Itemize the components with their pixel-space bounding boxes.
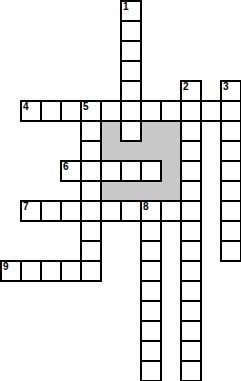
crossword-cell-r10c7[interactable] (140, 200, 162, 222)
crossword-cell-r11c4[interactable] (80, 220, 102, 242)
crossword-cell-r10c8[interactable] (160, 200, 182, 222)
crossword-cell-r0c6[interactable] (120, 0, 142, 22)
crossword-cell-r10c5[interactable] (100, 200, 122, 222)
crossword-cell-r18c7[interactable] (140, 360, 162, 381)
crossword-cell-r10c2[interactable] (40, 200, 62, 222)
crossword-cell-r8c7[interactable] (140, 160, 162, 182)
crossword-cell-r6c11[interactable] (220, 120, 241, 142)
crossword-cell-r5c4[interactable] (80, 100, 102, 122)
crossword-cell-r5c8[interactable] (160, 100, 182, 122)
crossword-cell-r11c7[interactable] (140, 220, 162, 242)
crossword-cell-r6c4[interactable] (80, 120, 102, 142)
crossword-cell-r12c11[interactable] (220, 240, 241, 262)
crossword-cell-r4c6[interactable] (120, 80, 142, 102)
crossword-cell-r8c6[interactable] (120, 160, 142, 182)
crossword-cell-r4c11[interactable] (220, 80, 241, 102)
crossword-cell-r5c1[interactable] (20, 100, 42, 122)
crossword-cell-r10c6[interactable] (120, 200, 142, 222)
crossword-puzzle: 123456789 (0, 0, 241, 381)
crossword-cell-r16c7[interactable] (140, 320, 162, 342)
crossword-board: 123456789 (0, 0, 241, 381)
crossword-cell-r14c7[interactable] (140, 280, 162, 302)
crossword-cell-r13c7[interactable] (140, 260, 162, 282)
crossword-cell-r1c6[interactable] (120, 20, 142, 42)
crossword-cell-r15c7[interactable] (140, 300, 162, 322)
crossword-cell-r2c6[interactable] (120, 40, 142, 62)
crossword-cell-r5c7[interactable] (140, 100, 162, 122)
crossword-cell-r17c9[interactable] (180, 340, 202, 362)
crossword-cell-r18c9[interactable] (180, 360, 202, 381)
crossword-cell-r5c11[interactable] (220, 100, 241, 122)
crossword-cell-r16c9[interactable] (180, 320, 202, 342)
crossword-cell-r7c11[interactable] (220, 140, 241, 162)
crossword-cell-r8c11[interactable] (220, 160, 241, 182)
crossword-cell-r12c4[interactable] (80, 240, 102, 262)
crossword-cell-r13c4[interactable] (80, 260, 102, 282)
crossword-cell-r6c6[interactable] (120, 120, 142, 142)
crossword-cell-r14c9[interactable] (180, 280, 202, 302)
crossword-cell-r10c3[interactable] (60, 200, 82, 222)
crossword-cell-r12c7[interactable] (140, 240, 162, 262)
crossword-cell-r13c3[interactable] (60, 260, 82, 282)
crossword-cell-r13c0[interactable] (0, 260, 22, 282)
crossword-cell-r11c9[interactable] (180, 220, 202, 242)
crossword-cell-r5c6[interactable] (120, 100, 142, 122)
crossword-cell-r9c9[interactable] (180, 180, 202, 202)
crossword-cell-r15c9[interactable] (180, 300, 202, 322)
crossword-cell-r7c9[interactable] (180, 140, 202, 162)
crossword-cell-r10c11[interactable] (220, 200, 241, 222)
crossword-cell-r13c2[interactable] (40, 260, 62, 282)
crossword-cell-r5c10[interactable] (200, 100, 222, 122)
crossword-cell-r8c5[interactable] (100, 160, 122, 182)
crossword-cell-r5c9[interactable] (180, 100, 202, 122)
crossword-cell-r13c1[interactable] (20, 260, 42, 282)
crossword-cell-r5c3[interactable] (60, 100, 82, 122)
crossword-cell-r12c9[interactable] (180, 240, 202, 262)
crossword-cell-r9c4[interactable] (80, 180, 102, 202)
crossword-cell-r8c9[interactable] (180, 160, 202, 182)
crossword-cell-r13c9[interactable] (180, 260, 202, 282)
crossword-cell-r10c9[interactable] (180, 200, 202, 222)
crossword-cell-r9c11[interactable] (220, 180, 241, 202)
crossword-cell-r11c11[interactable] (220, 220, 241, 242)
crossword-cell-r10c4[interactable] (80, 200, 102, 222)
crossword-cell-r8c3[interactable] (60, 160, 82, 182)
crossword-cell-r10c1[interactable] (20, 200, 42, 222)
crossword-cell-r6c9[interactable] (180, 120, 202, 142)
crossword-cell-r4c9[interactable] (180, 80, 202, 102)
crossword-cell-r5c5[interactable] (100, 100, 122, 122)
crossword-cell-r3c6[interactable] (120, 60, 142, 82)
crossword-cell-r5c2[interactable] (40, 100, 62, 122)
crossword-cell-r7c4[interactable] (80, 140, 102, 162)
crossword-cell-r17c7[interactable] (140, 340, 162, 362)
crossword-cell-r8c4[interactable] (80, 160, 102, 182)
